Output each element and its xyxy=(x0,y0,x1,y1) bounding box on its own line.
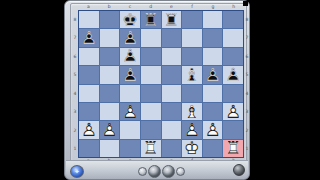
square-e2[interactable] xyxy=(162,121,182,138)
white-rook-outline: ♖ xyxy=(141,139,161,157)
square-b7[interactable] xyxy=(100,29,120,46)
coord-label-4: 4 xyxy=(244,84,250,103)
coord-label-5: 5 xyxy=(244,66,250,85)
chess-viewer-panel: abcdefgh abcdefgh 87654321 87654321 ♚♔♜♖… xyxy=(64,0,250,180)
coord-label-7: 7 xyxy=(244,29,250,48)
logo-orb-button[interactable]: ✦ xyxy=(70,165,84,178)
square-b6[interactable] xyxy=(100,48,120,65)
square-b5[interactable] xyxy=(100,66,120,83)
black-pawn-outline: ♙ xyxy=(223,65,243,83)
coord-label-6: 6 xyxy=(244,47,250,66)
square-b4[interactable] xyxy=(100,85,120,102)
square-c5[interactable]: ♟♙ xyxy=(120,66,140,83)
white-pawn-outline: ♙ xyxy=(120,102,140,120)
white-rook-h1[interactable]: ♜♖ xyxy=(223,140,243,157)
black-pawn-outline: ♙ xyxy=(120,47,140,65)
white-rook-outline: ♖ xyxy=(223,139,243,157)
black-bishop-f5[interactable]: ♝♗ xyxy=(182,66,202,83)
square-d5[interactable] xyxy=(141,66,161,83)
square-c1[interactable] xyxy=(120,140,140,157)
square-c3[interactable]: ♟♙ xyxy=(120,103,140,120)
square-a1[interactable] xyxy=(79,140,99,157)
square-e8[interactable]: ♜♖ xyxy=(162,11,182,28)
screenshot-canvas: abcdefgh abcdefgh 87654321 87654321 ♚♔♜♖… xyxy=(0,0,320,180)
square-e4[interactable] xyxy=(162,85,182,102)
corner-artifact xyxy=(243,1,248,6)
square-a2[interactable]: ♟♙ xyxy=(79,121,99,138)
black-pawn-c5[interactable]: ♟♙ xyxy=(120,66,140,83)
coord-label-8: 8 xyxy=(244,10,250,29)
square-b2[interactable]: ♟♙ xyxy=(100,121,120,138)
white-bishop-outline: ♗ xyxy=(182,102,202,120)
black-pawn-a7[interactable]: ♟♙ xyxy=(79,29,99,46)
white-pawn-c3[interactable]: ♟♙ xyxy=(120,103,140,120)
square-a6[interactable] xyxy=(79,48,99,65)
white-pawn-outline: ♙ xyxy=(182,121,202,139)
nav-first-button[interactable] xyxy=(138,167,147,176)
square-e3[interactable] xyxy=(162,103,182,120)
chess-board[interactable]: ♚♔♜♖♜♖♟♙♟♙♟♙♟♙♝♗♟♙♟♙♟♙♝♗♟♙♟♙♟♙♟♙♟♙♜♖♚♔♜♖ xyxy=(78,10,244,158)
black-bishop-outline: ♗ xyxy=(182,65,202,83)
black-rook-outline: ♖ xyxy=(141,10,161,28)
white-king-f1[interactable]: ♚♔ xyxy=(182,140,202,157)
black-pawn-outline: ♙ xyxy=(203,65,223,83)
square-g7[interactable] xyxy=(203,29,223,46)
square-f7[interactable] xyxy=(182,29,202,46)
black-pawn-outline: ♙ xyxy=(79,29,99,47)
white-pawn-b2[interactable]: ♟♙ xyxy=(100,121,120,138)
square-g2[interactable]: ♟♙ xyxy=(203,121,223,138)
square-d8[interactable]: ♜♖ xyxy=(141,11,161,28)
white-pawn-h3[interactable]: ♟♙ xyxy=(223,103,243,120)
square-d6[interactable] xyxy=(141,48,161,65)
coord-label-2: 2 xyxy=(244,121,250,140)
square-g8[interactable] xyxy=(203,11,223,28)
white-pawn-g2[interactable]: ♟♙ xyxy=(203,121,223,138)
square-f1[interactable]: ♚♔ xyxy=(182,140,202,157)
nav-next-button[interactable] xyxy=(162,165,175,178)
square-e6[interactable] xyxy=(162,48,182,65)
square-e7[interactable] xyxy=(162,29,182,46)
square-b8[interactable] xyxy=(100,11,120,28)
square-a7[interactable]: ♟♙ xyxy=(79,29,99,46)
black-rook-d8[interactable]: ♜♖ xyxy=(141,11,161,28)
coord-label-3: 3 xyxy=(244,103,250,122)
control-bar: ✦ xyxy=(66,160,248,178)
square-b1[interactable] xyxy=(100,140,120,157)
white-king-outline: ♔ xyxy=(182,139,202,157)
square-f5[interactable]: ♝♗ xyxy=(182,66,202,83)
black-pawn-h5[interactable]: ♟♙ xyxy=(223,66,243,83)
square-c2[interactable] xyxy=(120,121,140,138)
square-a4[interactable] xyxy=(79,85,99,102)
square-h8[interactable] xyxy=(223,11,243,28)
square-h1[interactable]: ♜♖ xyxy=(223,140,243,157)
square-f8[interactable] xyxy=(182,11,202,28)
black-king-outline: ♔ xyxy=(120,10,140,28)
square-e1[interactable] xyxy=(162,140,182,157)
black-pawn-outline: ♙ xyxy=(120,29,140,47)
square-g5[interactable]: ♟♙ xyxy=(203,66,223,83)
white-pawn-outline: ♙ xyxy=(100,121,120,139)
square-h3[interactable]: ♟♙ xyxy=(223,103,243,120)
black-rook-e8[interactable]: ♜♖ xyxy=(162,11,182,28)
square-d4[interactable] xyxy=(141,85,161,102)
square-d1[interactable]: ♜♖ xyxy=(141,140,161,157)
menu-button[interactable] xyxy=(233,164,245,176)
nav-prev-button[interactable] xyxy=(148,165,161,178)
rank-labels-right: 87654321 xyxy=(244,10,250,158)
white-pawn-a2[interactable]: ♟♙ xyxy=(79,121,99,138)
white-pawn-outline: ♙ xyxy=(79,121,99,139)
white-pawn-outline: ♙ xyxy=(223,102,243,120)
square-g1[interactable] xyxy=(203,140,223,157)
square-h5[interactable]: ♟♙ xyxy=(223,66,243,83)
square-e5[interactable] xyxy=(162,66,182,83)
white-pawn-outline: ♙ xyxy=(203,121,223,139)
square-d7[interactable] xyxy=(141,29,161,46)
black-pawn-g5[interactable]: ♟♙ xyxy=(203,66,223,83)
white-rook-d1[interactable]: ♜♖ xyxy=(141,140,161,157)
square-d3[interactable] xyxy=(141,103,161,120)
coord-label-1: 1 xyxy=(244,140,250,159)
board-frame: abcdefgh abcdefgh 87654321 87654321 ♚♔♜♖… xyxy=(70,3,247,165)
square-a5[interactable] xyxy=(79,66,99,83)
black-rook-outline: ♖ xyxy=(162,10,182,28)
square-h7[interactable] xyxy=(223,29,243,46)
square-g4[interactable] xyxy=(203,85,223,102)
nav-last-button[interactable] xyxy=(176,167,185,176)
blue-globe-icon: ✦ xyxy=(74,168,80,175)
black-pawn-outline: ♙ xyxy=(120,65,140,83)
